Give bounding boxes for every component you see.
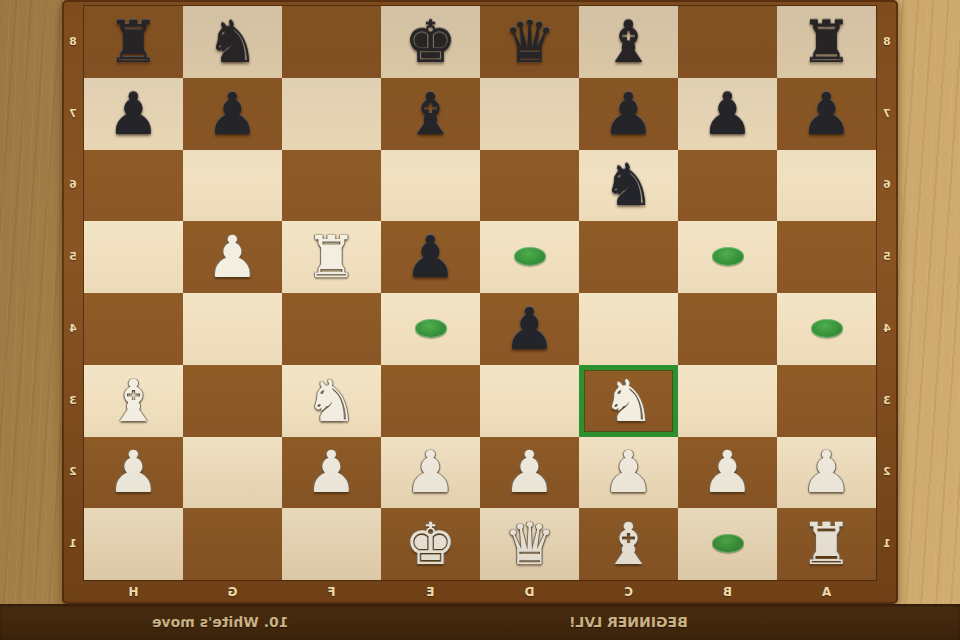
rank-label-1-left: 1 (63, 537, 83, 550)
black-pawn[interactable]: ♟ (678, 78, 777, 150)
rank-labels-left: 87654321 (63, 0, 83, 604)
square-c3[interactable]: ♞ (579, 365, 678, 437)
square-a8[interactable]: ♜ (777, 6, 876, 78)
black-pawn[interactable]: ♟ (84, 78, 183, 150)
square-g7[interactable]: ♟ (183, 78, 282, 150)
rank-label-2-left: 2 (63, 465, 83, 478)
square-e5[interactable]: ♟ (381, 221, 480, 293)
rank-label-5-left: 5 (63, 250, 83, 263)
square-e7[interactable]: ♝ (381, 78, 480, 150)
square-f8[interactable] (282, 6, 381, 78)
black-queen[interactable]: ♛ (480, 6, 579, 78)
white-queen[interactable]: ♛ (480, 508, 579, 580)
square-h5[interactable] (84, 221, 183, 293)
white-pawn[interactable]: ♟ (282, 437, 381, 509)
white-pawn[interactable]: ♟ (480, 437, 579, 509)
square-h8[interactable]: ♜ (84, 6, 183, 78)
black-knight[interactable]: ♞ (579, 150, 678, 222)
square-g4[interactable] (183, 293, 282, 365)
rank-label-7-right: 7 (877, 107, 897, 120)
square-b2[interactable]: ♟ (678, 437, 777, 509)
level-indicator-text: BEGINNER LVL! (569, 614, 688, 630)
file-label-h: H (84, 582, 183, 602)
move-indicator-text: 10. White's move (152, 614, 288, 630)
white-rook[interactable]: ♜ (777, 508, 876, 580)
square-h3[interactable]: ♝ (84, 365, 183, 437)
black-pawn[interactable]: ♟ (480, 293, 579, 365)
white-bishop[interactable]: ♝ (579, 508, 678, 580)
square-g5[interactable]: ♟ (183, 221, 282, 293)
file-label-f: F (282, 582, 381, 602)
square-c5[interactable] (579, 221, 678, 293)
rank-label-3-left: 3 (63, 394, 83, 407)
legal-move-dot-a4[interactable] (811, 319, 843, 338)
square-a3[interactable] (777, 365, 876, 437)
chess-app-screen: { "game": "chess", "app_title": "Chess (… (0, 0, 960, 640)
square-e4[interactable] (381, 293, 480, 365)
rank-label-6-left: 6 (63, 178, 83, 191)
black-rook[interactable]: ♜ (777, 6, 876, 78)
move-indicator: 10. White's move (152, 614, 288, 630)
square-a6[interactable] (777, 150, 876, 222)
square-d2[interactable]: ♟ (480, 437, 579, 509)
rank-label-4-left: 4 (63, 322, 83, 335)
white-bishop[interactable]: ♝ (84, 365, 183, 437)
white-knight[interactable]: ♞ (282, 365, 381, 437)
square-e8[interactable]: ♚ (381, 6, 480, 78)
square-a2[interactable]: ♟ (777, 437, 876, 509)
square-c6[interactable]: ♞ (579, 150, 678, 222)
white-pawn[interactable]: ♟ (678, 437, 777, 509)
board-grid: ♜♞♚♛♝♜♟♟♝♟♟♟♞♟♜♟♟♝♞♞♟♟♟♟♟♟♟♚♛♝♜ (84, 6, 876, 580)
rank-label-2-right: 2 (877, 465, 897, 478)
square-b5[interactable] (678, 221, 777, 293)
square-g8[interactable]: ♞ (183, 6, 282, 78)
file-label-d: D (480, 582, 579, 602)
white-pawn[interactable]: ♟ (381, 437, 480, 509)
square-c4[interactable] (579, 293, 678, 365)
file-label-c: C (579, 582, 678, 602)
square-a4[interactable] (777, 293, 876, 365)
chess-board-frame: ♜♞♚♛♝♜♟♟♝♟♟♟♞♟♜♟♟♝♞♞♟♟♟♟♟♟♟♚♛♝♜ 87654321… (62, 0, 898, 604)
square-g6[interactable] (183, 150, 282, 222)
square-e3[interactable] (381, 365, 480, 437)
square-g2[interactable] (183, 437, 282, 509)
square-h1[interactable] (84, 508, 183, 580)
file-labels-bottom: HGFEDCBA (84, 582, 876, 602)
rank-label-3-right: 3 (877, 394, 897, 407)
status-bar: 10. White's move BEGINNER LVL! (0, 604, 960, 640)
square-g1[interactable] (183, 508, 282, 580)
square-f5[interactable]: ♜ (282, 221, 381, 293)
rank-label-4-right: 4 (877, 322, 897, 335)
black-pawn[interactable]: ♟ (777, 78, 876, 150)
square-c8[interactable]: ♝ (579, 6, 678, 78)
square-d1[interactable]: ♛ (480, 508, 579, 580)
square-b6[interactable] (678, 150, 777, 222)
square-h2[interactable]: ♟ (84, 437, 183, 509)
square-f2[interactable]: ♟ (282, 437, 381, 509)
black-king[interactable]: ♚ (381, 6, 480, 78)
white-pawn[interactable]: ♟ (183, 221, 282, 293)
square-h7[interactable]: ♟ (84, 78, 183, 150)
square-e2[interactable]: ♟ (381, 437, 480, 509)
square-c7[interactable]: ♟ (579, 78, 678, 150)
square-d5[interactable] (480, 221, 579, 293)
square-f3[interactable]: ♞ (282, 365, 381, 437)
legal-move-dot-b1[interactable] (712, 534, 744, 553)
square-e6[interactable] (381, 150, 480, 222)
black-bishop[interactable]: ♝ (381, 78, 480, 150)
file-label-b: B (678, 582, 777, 602)
rank-label-8-left: 8 (63, 35, 83, 48)
rank-label-5-right: 5 (877, 250, 897, 263)
square-f7[interactable] (282, 78, 381, 150)
level-indicator: BEGINNER LVL! (569, 614, 688, 630)
legal-move-dot-e4[interactable] (415, 319, 447, 338)
square-b1[interactable] (678, 508, 777, 580)
square-f6[interactable] (282, 150, 381, 222)
black-pawn[interactable]: ♟ (381, 221, 480, 293)
square-f1[interactable] (282, 508, 381, 580)
square-g3[interactable] (183, 365, 282, 437)
square-d8[interactable]: ♛ (480, 6, 579, 78)
black-pawn[interactable]: ♟ (579, 78, 678, 150)
square-a7[interactable]: ♟ (777, 78, 876, 150)
square-d3[interactable] (480, 365, 579, 437)
rank-label-6-right: 6 (877, 178, 897, 191)
white-rook[interactable]: ♜ (282, 221, 381, 293)
white-pawn[interactable]: ♟ (579, 437, 678, 509)
square-a5[interactable] (777, 221, 876, 293)
file-label-e: E (381, 582, 480, 602)
square-b3[interactable] (678, 365, 777, 437)
white-pawn[interactable]: ♟ (777, 437, 876, 509)
legal-move-dot-b5[interactable] (712, 247, 744, 266)
square-b4[interactable] (678, 293, 777, 365)
black-rook[interactable]: ♜ (84, 6, 183, 78)
square-c1[interactable]: ♝ (579, 508, 678, 580)
square-a1[interactable]: ♜ (777, 508, 876, 580)
rank-label-8-right: 8 (877, 35, 897, 48)
rank-label-7-left: 7 (63, 107, 83, 120)
white-knight[interactable]: ♞ (579, 365, 678, 437)
square-b7[interactable]: ♟ (678, 78, 777, 150)
square-d4[interactable]: ♟ (480, 293, 579, 365)
legal-move-dot-d5[interactable] (514, 247, 546, 266)
black-bishop[interactable]: ♝ (579, 6, 678, 78)
square-h6[interactable] (84, 150, 183, 222)
square-b8[interactable] (678, 6, 777, 78)
square-f4[interactable] (282, 293, 381, 365)
white-king[interactable]: ♚ (381, 508, 480, 580)
file-label-g: G (183, 582, 282, 602)
black-pawn[interactable]: ♟ (183, 78, 282, 150)
square-h4[interactable] (84, 293, 183, 365)
square-d6[interactable] (480, 150, 579, 222)
rank-labels-right: 87654321 (877, 0, 897, 604)
rank-label-1-right: 1 (877, 537, 897, 550)
file-label-a: A (777, 582, 876, 602)
square-c2[interactable]: ♟ (579, 437, 678, 509)
black-knight[interactable]: ♞ (183, 6, 282, 78)
square-d7[interactable] (480, 78, 579, 150)
white-pawn[interactable]: ♟ (84, 437, 183, 509)
square-e1[interactable]: ♚ (381, 508, 480, 580)
